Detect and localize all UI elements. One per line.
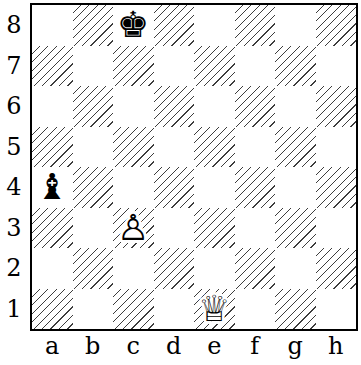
square-e8[interactable] xyxy=(194,5,235,46)
square-d6[interactable] xyxy=(154,86,195,127)
square-g6[interactable] xyxy=(275,86,316,127)
square-b7[interactable] xyxy=(73,46,114,87)
square-h8[interactable] xyxy=(316,5,357,46)
square-c4[interactable] xyxy=(113,167,154,208)
rank-label-5: 5 xyxy=(0,127,28,168)
square-a7[interactable] xyxy=(32,46,73,87)
piece-black-king-c8[interactable]: ♚ xyxy=(113,5,154,46)
file-label-h: h xyxy=(316,330,357,363)
square-e5[interactable] xyxy=(194,127,235,168)
file-label-c: c xyxy=(113,330,154,363)
white-pawn-icon: ♙ xyxy=(117,210,149,246)
square-d7[interactable] xyxy=(154,46,195,87)
square-c1[interactable] xyxy=(113,289,154,330)
square-a8[interactable] xyxy=(32,5,73,46)
rank-label-7: 7 xyxy=(0,46,28,87)
square-b6[interactable] xyxy=(73,86,114,127)
square-g3[interactable] xyxy=(275,208,316,249)
square-f7[interactable] xyxy=(235,46,276,87)
rank-label-1: 1 xyxy=(0,289,28,330)
square-e1[interactable]: ♛♕ xyxy=(194,289,235,330)
rank-label-6: 6 xyxy=(0,86,28,127)
square-a4[interactable]: ♝ xyxy=(32,167,73,208)
rank-label-8: 8 xyxy=(0,5,28,46)
square-e7[interactable] xyxy=(194,46,235,87)
square-g4[interactable] xyxy=(275,167,316,208)
file-label-e: e xyxy=(194,330,235,363)
chess-diagram: 87654321 ♚♝♟♙♛♕ abcdefgh xyxy=(0,0,361,365)
square-e6[interactable] xyxy=(194,86,235,127)
square-f4[interactable] xyxy=(235,167,276,208)
square-d1[interactable] xyxy=(154,289,195,330)
square-c2[interactable] xyxy=(113,248,154,289)
square-h4[interactable] xyxy=(316,167,357,208)
square-g7[interactable] xyxy=(275,46,316,87)
square-h5[interactable] xyxy=(316,127,357,168)
square-f8[interactable] xyxy=(235,5,276,46)
square-f6[interactable] xyxy=(235,86,276,127)
square-c8[interactable]: ♚ xyxy=(113,5,154,46)
square-a2[interactable] xyxy=(32,248,73,289)
rank-label-2: 2 xyxy=(0,248,28,289)
square-c6[interactable] xyxy=(113,86,154,127)
square-a6[interactable] xyxy=(32,86,73,127)
square-d3[interactable] xyxy=(154,208,195,249)
square-b5[interactable] xyxy=(73,127,114,168)
rank-label-4: 4 xyxy=(0,167,28,208)
square-b4[interactable] xyxy=(73,167,114,208)
square-h2[interactable] xyxy=(316,248,357,289)
square-f5[interactable] xyxy=(235,127,276,168)
square-e4[interactable] xyxy=(194,167,235,208)
white-queen-icon: ♕ xyxy=(198,291,230,327)
file-labels: abcdefgh xyxy=(32,330,356,363)
file-label-a: a xyxy=(32,330,73,363)
piece-black-bishop-a4[interactable]: ♝ xyxy=(32,167,73,208)
square-a3[interactable] xyxy=(32,208,73,249)
rank-labels: 87654321 xyxy=(0,5,28,329)
square-g8[interactable] xyxy=(275,5,316,46)
piece-white-queen-e1[interactable]: ♛♕ xyxy=(194,289,235,330)
square-d8[interactable] xyxy=(154,5,195,46)
square-e3[interactable] xyxy=(194,208,235,249)
square-c3[interactable]: ♟♙ xyxy=(113,208,154,249)
square-d4[interactable] xyxy=(154,167,195,208)
square-b1[interactable] xyxy=(73,289,114,330)
square-g5[interactable] xyxy=(275,127,316,168)
file-label-d: d xyxy=(154,330,195,363)
square-d5[interactable] xyxy=(154,127,195,168)
square-c5[interactable] xyxy=(113,127,154,168)
square-h6[interactable] xyxy=(316,86,357,127)
piece-white-pawn-c3[interactable]: ♟♙ xyxy=(113,208,154,249)
file-label-f: f xyxy=(235,330,276,363)
square-f2[interactable] xyxy=(235,248,276,289)
file-label-b: b xyxy=(73,330,114,363)
square-f1[interactable] xyxy=(235,289,276,330)
square-e2[interactable] xyxy=(194,248,235,289)
square-a5[interactable] xyxy=(32,127,73,168)
square-h3[interactable] xyxy=(316,208,357,249)
square-a1[interactable] xyxy=(32,289,73,330)
file-label-g: g xyxy=(275,330,316,363)
square-b8[interactable] xyxy=(73,5,114,46)
square-h1[interactable] xyxy=(316,289,357,330)
rank-label-3: 3 xyxy=(0,208,28,249)
square-f3[interactable] xyxy=(235,208,276,249)
square-g2[interactable] xyxy=(275,248,316,289)
square-h7[interactable] xyxy=(316,46,357,87)
square-c7[interactable] xyxy=(113,46,154,87)
square-g1[interactable] xyxy=(275,289,316,330)
square-b2[interactable] xyxy=(73,248,114,289)
chess-board[interactable]: ♚♝♟♙♛♕ xyxy=(30,3,358,331)
square-d2[interactable] xyxy=(154,248,195,289)
square-b3[interactable] xyxy=(73,208,114,249)
